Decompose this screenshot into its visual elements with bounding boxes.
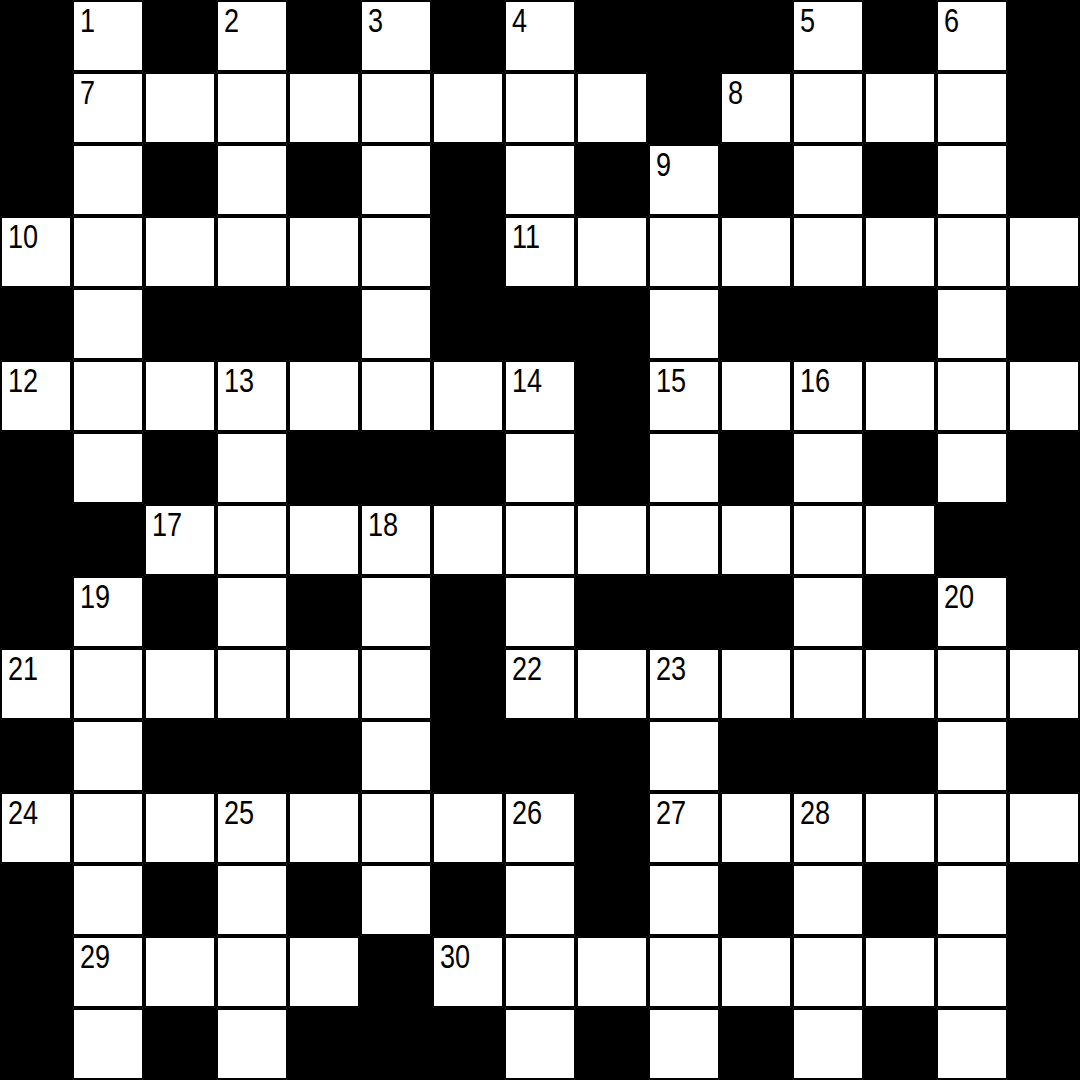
block-r15c3 [144,1008,216,1080]
cell-r6c11[interactable] [720,360,792,432]
block-r13c11 [720,864,792,936]
block-r9c13 [864,576,936,648]
cell-r14c13[interactable] [864,936,936,1008]
cell-r6c15[interactable] [1008,360,1080,432]
cell-r6c8[interactable]: 14 [504,360,576,432]
cell-r14c8[interactable] [504,936,576,1008]
cell-r14c11[interactable] [720,936,792,1008]
cell-r12c13[interactable] [864,792,936,864]
clue-number-19: 19 [80,580,110,613]
block-r13c3 [144,864,216,936]
cell-r13c2[interactable] [72,864,144,936]
clue-number-8: 8 [728,76,743,109]
block-r15c7 [432,1008,504,1080]
cell-r13c14[interactable] [936,864,1008,936]
clue-number-12: 12 [8,364,38,397]
cell-r9c12[interactable] [792,576,864,648]
clue-number-14: 14 [512,364,542,397]
cell-r4c15[interactable] [1008,216,1080,288]
cell-r12c15[interactable] [1008,792,1080,864]
cell-r9c2[interactable]: 19 [72,576,144,648]
block-r9c5 [288,576,360,648]
block-r15c1 [0,1008,72,1080]
block-r3c5 [288,144,360,216]
block-r11c1 [0,720,72,792]
block-r15c9 [576,1008,648,1080]
block-r7c7 [432,432,504,504]
block-r1c7 [432,0,504,72]
cell-r6c2[interactable] [72,360,144,432]
cell-r5c2[interactable] [72,288,144,360]
cell-r4c1[interactable]: 10 [0,216,72,288]
clue-number-17: 17 [152,508,182,541]
block-r7c9 [576,432,648,504]
cell-r1c8[interactable]: 4 [504,0,576,72]
cell-r8c11[interactable] [720,504,792,576]
cell-r4c11[interactable] [720,216,792,288]
cell-r6c6[interactable] [360,360,432,432]
cell-r2c8[interactable] [504,72,576,144]
clue-number-22: 22 [512,652,542,685]
cell-r4c9[interactable] [576,216,648,288]
cell-r7c14[interactable] [936,432,1008,504]
cell-r12c8[interactable]: 26 [504,792,576,864]
cell-r14c7[interactable]: 30 [432,936,504,1008]
block-r13c5 [288,864,360,936]
cell-r14c5[interactable] [288,936,360,1008]
cell-r2c13[interactable] [864,72,936,144]
block-r9c1 [0,576,72,648]
cell-r10c8[interactable]: 22 [504,648,576,720]
clue-number-26: 26 [512,796,542,829]
cell-r11c10[interactable] [648,720,720,792]
cell-r4c2[interactable] [72,216,144,288]
cell-r6c14[interactable] [936,360,1008,432]
block-r9c7 [432,576,504,648]
clue-number-18: 18 [368,508,398,541]
cell-r4c5[interactable] [288,216,360,288]
cell-r14c14[interactable] [936,936,1008,1008]
cell-r2c2[interactable]: 7 [72,72,144,144]
cell-r7c12[interactable] [792,432,864,504]
cell-r8c4[interactable] [216,504,288,576]
clue-number-7: 7 [80,76,95,109]
block-r5c5 [288,288,360,360]
cell-r6c7[interactable] [432,360,504,432]
block-r5c12 [792,288,864,360]
cell-r6c1[interactable]: 12 [0,360,72,432]
clue-number-11: 11 [512,220,540,253]
cell-r14c3[interactable] [144,936,216,1008]
clue-number-24: 24 [8,796,38,829]
clue-number-16: 16 [800,364,830,397]
cell-r11c2[interactable] [72,720,144,792]
cell-r12c2[interactable] [72,792,144,864]
cell-r13c6[interactable] [360,864,432,936]
block-r9c11 [720,576,792,648]
cell-r6c3[interactable] [144,360,216,432]
clue-number-30: 30 [440,940,470,973]
cell-r12c4[interactable]: 25 [216,792,288,864]
cell-r10c14[interactable] [936,648,1008,720]
cell-r9c14[interactable]: 20 [936,576,1008,648]
cell-r10c4[interactable] [216,648,288,720]
clue-number-28: 28 [800,796,830,829]
cell-r2c7[interactable] [432,72,504,144]
cell-r3c8[interactable] [504,144,576,216]
cell-r15c2[interactable] [72,1008,144,1080]
cell-r13c10[interactable] [648,864,720,936]
block-r7c1 [0,432,72,504]
block-r1c15 [1008,0,1080,72]
block-r5c11 [720,288,792,360]
cell-r10c9[interactable] [576,648,648,720]
cell-r14c10[interactable] [648,936,720,1008]
cell-r9c6[interactable] [360,576,432,648]
cell-r15c8[interactable] [504,1008,576,1080]
cell-r8c8[interactable] [504,504,576,576]
clue-number-4: 4 [512,4,527,37]
cell-r14c2[interactable]: 29 [72,936,144,1008]
block-r8c2 [72,504,144,576]
block-r5c7 [432,288,504,360]
block-r3c9 [576,144,648,216]
block-r13c1 [0,864,72,936]
block-r1c5 [288,0,360,72]
cell-r4c4[interactable] [216,216,288,288]
block-r6c9 [576,360,648,432]
cell-r3c10[interactable]: 9 [648,144,720,216]
cell-r10c15[interactable] [1008,648,1080,720]
clue-number-3: 3 [368,4,383,37]
cell-r13c8[interactable] [504,864,576,936]
cell-r8c5[interactable] [288,504,360,576]
block-r9c10 [648,576,720,648]
cell-r6c5[interactable] [288,360,360,432]
block-r2c15 [1008,72,1080,144]
cell-r9c8[interactable] [504,576,576,648]
block-r15c11 [720,1008,792,1080]
block-r7c15 [1008,432,1080,504]
cell-r8c7[interactable] [432,504,504,576]
clue-number-25: 25 [224,796,254,829]
block-r11c9 [576,720,648,792]
cell-r8c13[interactable] [864,504,936,576]
cell-r4c14[interactable] [936,216,1008,288]
cell-r3c2[interactable] [72,144,144,216]
cell-r7c8[interactable] [504,432,576,504]
cell-r8c3[interactable]: 17 [144,504,216,576]
crossword-board: 1234567891011121314151617181920212223242… [0,0,1080,1080]
block-r5c4 [216,288,288,360]
cell-r12c14[interactable] [936,792,1008,864]
block-r8c14 [936,504,1008,576]
block-r3c3 [144,144,216,216]
block-r15c13 [864,1008,936,1080]
cell-r4c12[interactable] [792,216,864,288]
block-r4c7 [432,216,504,288]
block-r3c1 [0,144,72,216]
cell-r2c6[interactable] [360,72,432,144]
cell-r10c1[interactable]: 21 [0,648,72,720]
block-r13c7 [432,864,504,936]
cell-r15c12[interactable] [792,1008,864,1080]
clue-number-6: 6 [944,4,959,37]
block-r14c6 [360,936,432,1008]
block-r13c9 [576,864,648,936]
cell-r10c2[interactable] [72,648,144,720]
cell-r1c4[interactable]: 2 [216,0,288,72]
cell-r12c5[interactable] [288,792,360,864]
block-r9c9 [576,576,648,648]
cell-r10c3[interactable] [144,648,216,720]
block-r3c13 [864,144,936,216]
block-r11c3 [144,720,216,792]
cell-r4c3[interactable] [144,216,216,288]
clue-number-20: 20 [944,580,974,613]
cell-r9c4[interactable] [216,576,288,648]
block-r11c15 [1008,720,1080,792]
cell-r2c9[interactable] [576,72,648,144]
cell-r11c6[interactable] [360,720,432,792]
block-r3c7 [432,144,504,216]
cell-r5c10[interactable] [648,288,720,360]
block-r15c6 [360,1008,432,1080]
clue-number-9: 9 [656,148,671,181]
block-r1c13 [864,0,936,72]
cell-r15c4[interactable] [216,1008,288,1080]
cell-r10c5[interactable] [288,648,360,720]
block-r8c15 [1008,504,1080,576]
block-r11c8 [504,720,576,792]
block-r5c3 [144,288,216,360]
cell-r12c3[interactable] [144,792,216,864]
block-r14c15 [1008,936,1080,1008]
block-r7c11 [720,432,792,504]
block-r15c5 [288,1008,360,1080]
cell-r14c12[interactable] [792,936,864,1008]
cell-r7c2[interactable] [72,432,144,504]
block-r11c5 [288,720,360,792]
clue-number-23: 23 [656,652,686,685]
block-r9c3 [144,576,216,648]
cell-r8c12[interactable] [792,504,864,576]
block-r14c1 [0,936,72,1008]
cell-r10c13[interactable] [864,648,936,720]
block-r7c13 [864,432,936,504]
cell-r7c10[interactable] [648,432,720,504]
cell-r15c14[interactable] [936,1008,1008,1080]
block-r5c15 [1008,288,1080,360]
cell-r5c6[interactable] [360,288,432,360]
block-r5c13 [864,288,936,360]
cell-r1c12[interactable]: 5 [792,0,864,72]
clue-number-27: 27 [656,796,686,829]
cell-r3c4[interactable] [216,144,288,216]
cell-r13c12[interactable] [792,864,864,936]
cell-r1c2[interactable]: 1 [72,0,144,72]
block-r9c15 [1008,576,1080,648]
cell-r3c12[interactable] [792,144,864,216]
clue-number-21: 21 [8,652,38,685]
block-r1c1 [0,0,72,72]
block-r11c12 [792,720,864,792]
cell-r10c11[interactable] [720,648,792,720]
cell-r2c11[interactable]: 8 [720,72,792,144]
cell-r12c10[interactable]: 27 [648,792,720,864]
block-r8c1 [0,504,72,576]
cell-r12c6[interactable] [360,792,432,864]
clue-number-10: 10 [8,220,38,253]
cell-r6c12[interactable]: 16 [792,360,864,432]
block-r5c1 [0,288,72,360]
clue-number-13: 13 [224,364,254,397]
cell-r2c12[interactable] [792,72,864,144]
cell-r12c1[interactable]: 24 [0,792,72,864]
cell-r8c6[interactable]: 18 [360,504,432,576]
cell-r6c13[interactable] [864,360,936,432]
block-r7c5 [288,432,360,504]
cell-r10c6[interactable] [360,648,432,720]
block-r3c15 [1008,144,1080,216]
cell-r3c14[interactable] [936,144,1008,216]
cell-r8c10[interactable] [648,504,720,576]
cell-r13c4[interactable] [216,864,288,936]
cell-r4c8[interactable]: 11 [504,216,576,288]
cell-r4c6[interactable] [360,216,432,288]
cell-r15c10[interactable] [648,1008,720,1080]
block-r3c11 [720,144,792,216]
cell-r4c10[interactable] [648,216,720,288]
block-r12c9 [576,792,648,864]
cell-r2c14[interactable] [936,72,1008,144]
block-r5c8 [504,288,576,360]
cell-r11c14[interactable] [936,720,1008,792]
block-r15c15 [1008,1008,1080,1080]
block-r7c3 [144,432,216,504]
cell-r6c10[interactable]: 15 [648,360,720,432]
cell-r2c4[interactable] [216,72,288,144]
cell-r1c14[interactable]: 6 [936,0,1008,72]
cell-r12c11[interactable] [720,792,792,864]
block-r11c4 [216,720,288,792]
block-r13c13 [864,864,936,936]
cell-r5c14[interactable] [936,288,1008,360]
cell-r8c9[interactable] [576,504,648,576]
cell-r3c6[interactable] [360,144,432,216]
block-r1c10 [648,0,720,72]
cell-r1c6[interactable]: 3 [360,0,432,72]
cell-r2c3[interactable] [144,72,216,144]
cell-r6c4[interactable]: 13 [216,360,288,432]
cell-r10c12[interactable] [792,648,864,720]
cell-r10c10[interactable]: 23 [648,648,720,720]
block-r13c15 [1008,864,1080,936]
cell-r2c5[interactable] [288,72,360,144]
clue-number-15: 15 [656,364,686,397]
block-r11c7 [432,720,504,792]
clue-number-5: 5 [800,4,815,37]
clue-number-29: 29 [80,940,110,973]
cell-r14c4[interactable] [216,936,288,1008]
block-r1c9 [576,0,648,72]
block-r11c13 [864,720,936,792]
cell-r14c9[interactable] [576,936,648,1008]
cell-r12c12[interactable]: 28 [792,792,864,864]
block-r1c3 [144,0,216,72]
block-r2c1 [0,72,72,144]
cell-r12c7[interactable] [432,792,504,864]
block-r11c11 [720,720,792,792]
block-r1c11 [720,0,792,72]
cell-r7c4[interactable] [216,432,288,504]
block-r10c7 [432,648,504,720]
cell-r4c13[interactable] [864,216,936,288]
block-r5c9 [576,288,648,360]
clue-number-1: 1 [80,4,95,37]
block-r2c10 [648,72,720,144]
clue-number-2: 2 [224,4,239,37]
block-r7c6 [360,432,432,504]
